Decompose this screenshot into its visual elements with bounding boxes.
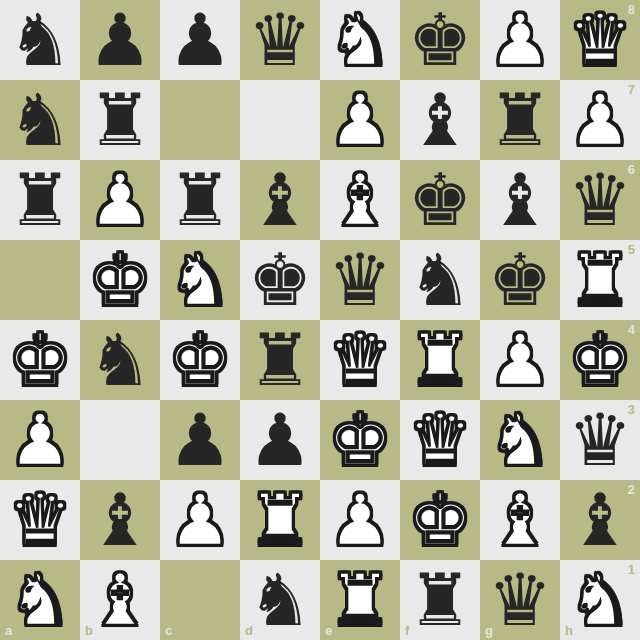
square-f7[interactable]: ♝ xyxy=(400,80,480,160)
white-pawn-icon[interactable]: ♟ xyxy=(480,320,560,400)
square-d2[interactable]: ♜ xyxy=(240,480,320,560)
square-g2[interactable]: ♝ xyxy=(480,480,560,560)
white-pawn-icon[interactable]: ♟ xyxy=(320,480,400,560)
white-king-icon[interactable]: ♚ xyxy=(160,320,240,400)
file-label-c: c xyxy=(165,624,172,637)
square-c2[interactable]: ♟ xyxy=(160,480,240,560)
white-queen-icon[interactable]: ♛ xyxy=(320,320,400,400)
white-bishop-icon[interactable]: ♝ xyxy=(80,560,160,640)
square-b5[interactable]: ♚ xyxy=(80,240,160,320)
black-queen-icon[interactable]: ♛ xyxy=(320,240,400,320)
square-e5[interactable]: ♛ xyxy=(320,240,400,320)
square-d5[interactable]: ♚ xyxy=(240,240,320,320)
black-knight-icon[interactable]: ♞ xyxy=(0,80,80,160)
black-queen-icon[interactable]: ♛ xyxy=(560,160,640,240)
black-rook-icon[interactable]: ♜ xyxy=(160,160,240,240)
square-b4[interactable]: ♞ xyxy=(80,320,160,400)
chess-board: ♞♟♟♛♞♚♟♛8♞♜♟♝♜♟7♜♟♜♝♝♚♝♛6♚♞♚♛♞♚♜5♚♞♚♜♛♜♟… xyxy=(0,0,640,640)
black-king-icon[interactable]: ♚ xyxy=(400,0,480,80)
square-f5[interactable]: ♞ xyxy=(400,240,480,320)
white-king-icon[interactable]: ♚ xyxy=(400,480,480,560)
black-king-icon[interactable]: ♚ xyxy=(480,240,560,320)
square-e1[interactable]: ♜e xyxy=(320,560,400,640)
white-queen-icon[interactable]: ♛ xyxy=(560,0,640,80)
square-c3[interactable]: ♟ xyxy=(160,400,240,480)
square-g7[interactable]: ♜ xyxy=(480,80,560,160)
square-f3[interactable]: ♛ xyxy=(400,400,480,480)
square-e6[interactable]: ♝ xyxy=(320,160,400,240)
black-pawn-icon[interactable]: ♟ xyxy=(160,0,240,80)
white-knight-icon[interactable]: ♞ xyxy=(160,240,240,320)
white-pawn-icon[interactable]: ♟ xyxy=(80,160,160,240)
square-e7[interactable]: ♟ xyxy=(320,80,400,160)
black-rook-icon[interactable]: ♜ xyxy=(80,80,160,160)
square-f1[interactable]: ♜f xyxy=(400,560,480,640)
white-pawn-icon[interactable]: ♟ xyxy=(560,80,640,160)
square-e8[interactable]: ♞ xyxy=(320,0,400,80)
black-knight-icon[interactable]: ♞ xyxy=(0,0,80,80)
black-rook-icon[interactable]: ♜ xyxy=(0,160,80,240)
square-b8[interactable]: ♟ xyxy=(80,0,160,80)
black-rook-icon[interactable]: ♜ xyxy=(240,320,320,400)
square-d1[interactable]: ♞d xyxy=(240,560,320,640)
square-f2[interactable]: ♚ xyxy=(400,480,480,560)
square-c8[interactable]: ♟ xyxy=(160,0,240,80)
square-h2[interactable]: ♝2 xyxy=(560,480,640,560)
square-f8[interactable]: ♚ xyxy=(400,0,480,80)
black-knight-icon[interactable]: ♞ xyxy=(400,240,480,320)
white-rook-icon[interactable]: ♜ xyxy=(240,480,320,560)
white-king-icon[interactable]: ♚ xyxy=(80,240,160,320)
square-g8[interactable]: ♟ xyxy=(480,0,560,80)
white-queen-icon[interactable]: ♛ xyxy=(400,400,480,480)
square-b6[interactable]: ♟ xyxy=(80,160,160,240)
black-bishop-icon[interactable]: ♝ xyxy=(480,160,560,240)
square-b7[interactable]: ♜ xyxy=(80,80,160,160)
black-queen-icon[interactable]: ♛ xyxy=(480,560,560,640)
white-bishop-icon[interactable]: ♝ xyxy=(480,480,560,560)
square-a3[interactable]: ♟ xyxy=(0,400,80,480)
black-knight-icon[interactable]: ♞ xyxy=(240,560,320,640)
square-a2[interactable]: ♛ xyxy=(0,480,80,560)
square-g1[interactable]: ♛g xyxy=(480,560,560,640)
white-rook-icon[interactable]: ♜ xyxy=(400,320,480,400)
square-h1[interactable]: ♞h1 xyxy=(560,560,640,640)
black-rook-icon[interactable]: ♜ xyxy=(480,80,560,160)
square-b2[interactable]: ♝ xyxy=(80,480,160,560)
black-queen-icon[interactable]: ♛ xyxy=(560,400,640,480)
square-b1[interactable]: ♝b xyxy=(80,560,160,640)
white-king-icon[interactable]: ♚ xyxy=(320,400,400,480)
square-d4[interactable]: ♜ xyxy=(240,320,320,400)
white-rook-icon[interactable]: ♜ xyxy=(320,560,400,640)
white-rook-icon[interactable]: ♜ xyxy=(560,240,640,320)
white-pawn-icon[interactable]: ♟ xyxy=(320,80,400,160)
white-pawn-icon[interactable]: ♟ xyxy=(480,0,560,80)
black-rook-icon[interactable]: ♜ xyxy=(400,560,480,640)
square-a7[interactable]: ♞ xyxy=(0,80,80,160)
square-a1[interactable]: ♞a xyxy=(0,560,80,640)
white-king-icon[interactable]: ♚ xyxy=(0,320,80,400)
white-knight-icon[interactable]: ♞ xyxy=(0,560,80,640)
black-queen-icon[interactable]: ♛ xyxy=(240,0,320,80)
white-pawn-icon[interactable]: ♟ xyxy=(160,480,240,560)
square-e4[interactable]: ♛ xyxy=(320,320,400,400)
black-bishop-icon[interactable]: ♝ xyxy=(240,160,320,240)
square-a5[interactable] xyxy=(0,240,80,320)
square-f6[interactable]: ♚ xyxy=(400,160,480,240)
square-h4[interactable]: ♚4 xyxy=(560,320,640,400)
square-c4[interactable]: ♚ xyxy=(160,320,240,400)
square-g4[interactable]: ♟ xyxy=(480,320,560,400)
square-d3[interactable]: ♟ xyxy=(240,400,320,480)
square-c1[interactable]: c xyxy=(160,560,240,640)
square-g6[interactable]: ♝ xyxy=(480,160,560,240)
square-h7[interactable]: ♟7 xyxy=(560,80,640,160)
square-h5[interactable]: ♜5 xyxy=(560,240,640,320)
square-g5[interactable]: ♚ xyxy=(480,240,560,320)
black-king-icon[interactable]: ♚ xyxy=(400,160,480,240)
square-c6[interactable]: ♜ xyxy=(160,160,240,240)
square-b3[interactable] xyxy=(80,400,160,480)
black-bishop-icon[interactable]: ♝ xyxy=(400,80,480,160)
black-king-icon[interactable]: ♚ xyxy=(240,240,320,320)
square-c5[interactable]: ♞ xyxy=(160,240,240,320)
square-c7[interactable] xyxy=(160,80,240,160)
square-h6[interactable]: ♛6 xyxy=(560,160,640,240)
square-a4[interactable]: ♚ xyxy=(0,320,80,400)
black-bishop-icon[interactable]: ♝ xyxy=(560,480,640,560)
white-queen-icon[interactable]: ♛ xyxy=(0,480,80,560)
square-e3[interactable]: ♚ xyxy=(320,400,400,480)
square-h3[interactable]: ♛3 xyxy=(560,400,640,480)
square-a6[interactable]: ♜ xyxy=(0,160,80,240)
square-d8[interactable]: ♛ xyxy=(240,0,320,80)
black-pawn-icon[interactable]: ♟ xyxy=(80,0,160,80)
white-knight-icon[interactable]: ♞ xyxy=(560,560,640,640)
white-king-icon[interactable]: ♚ xyxy=(560,320,640,400)
white-pawn-icon[interactable]: ♟ xyxy=(0,400,80,480)
square-a8[interactable]: ♞ xyxy=(0,0,80,80)
square-h8[interactable]: ♛8 xyxy=(560,0,640,80)
black-knight-icon[interactable]: ♞ xyxy=(80,320,160,400)
black-bishop-icon[interactable]: ♝ xyxy=(80,480,160,560)
black-pawn-icon[interactable]: ♟ xyxy=(160,400,240,480)
white-bishop-icon[interactable]: ♝ xyxy=(320,160,400,240)
black-pawn-icon[interactable]: ♟ xyxy=(240,400,320,480)
square-g3[interactable]: ♞ xyxy=(480,400,560,480)
square-d6[interactable]: ♝ xyxy=(240,160,320,240)
square-e2[interactable]: ♟ xyxy=(320,480,400,560)
white-knight-icon[interactable]: ♞ xyxy=(480,400,560,480)
white-knight-icon[interactable]: ♞ xyxy=(320,0,400,80)
square-f4[interactable]: ♜ xyxy=(400,320,480,400)
square-d7[interactable] xyxy=(240,80,320,160)
